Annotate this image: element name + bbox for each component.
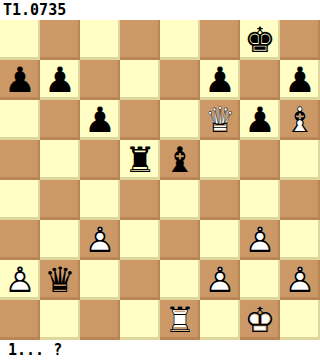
white-pawn-piece[interactable]: ♟♙ <box>0 260 40 300</box>
square-e6[interactable] <box>160 100 200 140</box>
black-pawn-piece[interactable]: ♟ <box>80 100 120 140</box>
black-king-piece[interactable]: ♚ <box>240 20 280 60</box>
square-g1[interactable]: ♚♔ <box>240 300 280 340</box>
puzzle-id: T1.0735 <box>0 0 66 20</box>
square-c2[interactable] <box>80 260 120 300</box>
square-a2[interactable]: ♟♙ <box>0 260 40 300</box>
square-c5[interactable] <box>80 140 120 180</box>
white-piece-outline: ♙ <box>0 260 40 300</box>
white-piece-outline: ♖ <box>160 300 200 340</box>
white-bishop-piece[interactable]: ♝♗ <box>280 100 320 140</box>
square-b8[interactable] <box>40 20 80 60</box>
square-d6[interactable] <box>120 100 160 140</box>
square-b7[interactable]: ♟ <box>40 60 80 100</box>
square-b5[interactable] <box>40 140 80 180</box>
black-queen-piece[interactable]: ♛ <box>40 260 80 300</box>
black-pawn-piece[interactable]: ♟ <box>200 60 240 100</box>
square-b2[interactable]: ♛ <box>40 260 80 300</box>
square-d4[interactable] <box>120 180 160 220</box>
square-h8[interactable] <box>280 20 320 60</box>
square-c4[interactable] <box>80 180 120 220</box>
square-e4[interactable] <box>160 180 200 220</box>
white-pawn-piece[interactable]: ♟♙ <box>280 260 320 300</box>
square-d3[interactable] <box>120 220 160 260</box>
title-bar: T1.0735 <box>0 0 320 20</box>
square-h7[interactable]: ♟ <box>280 60 320 100</box>
square-g2[interactable] <box>240 260 280 300</box>
square-d5[interactable]: ♜ <box>120 140 160 180</box>
square-b4[interactable] <box>40 180 80 220</box>
white-queen-piece[interactable]: ♛♕ <box>200 100 240 140</box>
square-g4[interactable] <box>240 180 280 220</box>
square-g3[interactable]: ♟♙ <box>240 220 280 260</box>
square-a7[interactable]: ♟ <box>0 60 40 100</box>
square-c7[interactable] <box>80 60 120 100</box>
white-piece-outline: ♙ <box>280 260 320 300</box>
white-rook-piece[interactable]: ♜♖ <box>160 300 200 340</box>
square-c3[interactable]: ♟♙ <box>80 220 120 260</box>
square-d7[interactable] <box>120 60 160 100</box>
square-h2[interactable]: ♟♙ <box>280 260 320 300</box>
square-a4[interactable] <box>0 180 40 220</box>
square-h6[interactable]: ♝♗ <box>280 100 320 140</box>
square-h3[interactable] <box>280 220 320 260</box>
black-pawn-piece[interactable]: ♟ <box>40 60 80 100</box>
square-c8[interactable] <box>80 20 120 60</box>
square-f5[interactable] <box>200 140 240 180</box>
white-pawn-piece[interactable]: ♟♙ <box>80 220 120 260</box>
white-piece-outline: ♙ <box>80 220 120 260</box>
white-piece-outline: ♗ <box>280 100 320 140</box>
square-h1[interactable] <box>280 300 320 340</box>
white-piece-outline: ♙ <box>200 260 240 300</box>
square-b3[interactable] <box>40 220 80 260</box>
white-piece-outline: ♔ <box>240 300 280 340</box>
square-f3[interactable] <box>200 220 240 260</box>
black-pawn-piece[interactable]: ♟ <box>240 100 280 140</box>
black-rook-piece[interactable]: ♜ <box>120 140 160 180</box>
white-pawn-piece[interactable]: ♟♙ <box>200 260 240 300</box>
square-e3[interactable] <box>160 220 200 260</box>
square-d2[interactable] <box>120 260 160 300</box>
square-f7[interactable]: ♟ <box>200 60 240 100</box>
square-e8[interactable] <box>160 20 200 60</box>
square-b1[interactable] <box>40 300 80 340</box>
square-a1[interactable] <box>0 300 40 340</box>
square-c6[interactable]: ♟ <box>80 100 120 140</box>
square-g6[interactable]: ♟ <box>240 100 280 140</box>
square-g5[interactable] <box>240 140 280 180</box>
square-a6[interactable] <box>0 100 40 140</box>
square-e2[interactable] <box>160 260 200 300</box>
square-b6[interactable] <box>40 100 80 140</box>
square-h5[interactable] <box>280 140 320 180</box>
square-a8[interactable] <box>0 20 40 60</box>
white-piece-outline: ♕ <box>200 100 240 140</box>
square-e5[interactable]: ♝ <box>160 140 200 180</box>
black-pawn-piece[interactable]: ♟ <box>280 60 320 100</box>
square-f4[interactable] <box>200 180 240 220</box>
white-king-piece[interactable]: ♚♔ <box>240 300 280 340</box>
square-f1[interactable] <box>200 300 240 340</box>
white-pawn-piece[interactable]: ♟♙ <box>240 220 280 260</box>
move-prompt: 1... ? <box>0 340 62 360</box>
square-a3[interactable] <box>0 220 40 260</box>
prompt-bar: 1... ? <box>0 340 320 360</box>
square-e7[interactable] <box>160 60 200 100</box>
chess-board[interactable]: ♚♟♟♟♟♟♛♕♟♝♗♜♝♟♙♟♙♟♙♛♟♙♟♙♜♖♚♔ <box>0 20 320 340</box>
square-g7[interactable] <box>240 60 280 100</box>
square-f6[interactable]: ♛♕ <box>200 100 240 140</box>
square-e1[interactable]: ♜♖ <box>160 300 200 340</box>
square-c1[interactable] <box>80 300 120 340</box>
black-bishop-piece[interactable]: ♝ <box>160 140 200 180</box>
square-a5[interactable] <box>0 140 40 180</box>
square-f2[interactable]: ♟♙ <box>200 260 240 300</box>
square-d8[interactable] <box>120 20 160 60</box>
square-d1[interactable] <box>120 300 160 340</box>
square-g8[interactable]: ♚ <box>240 20 280 60</box>
white-piece-outline: ♙ <box>240 220 280 260</box>
black-pawn-piece[interactable]: ♟ <box>0 60 40 100</box>
square-h4[interactable] <box>280 180 320 220</box>
square-f8[interactable] <box>200 20 240 60</box>
